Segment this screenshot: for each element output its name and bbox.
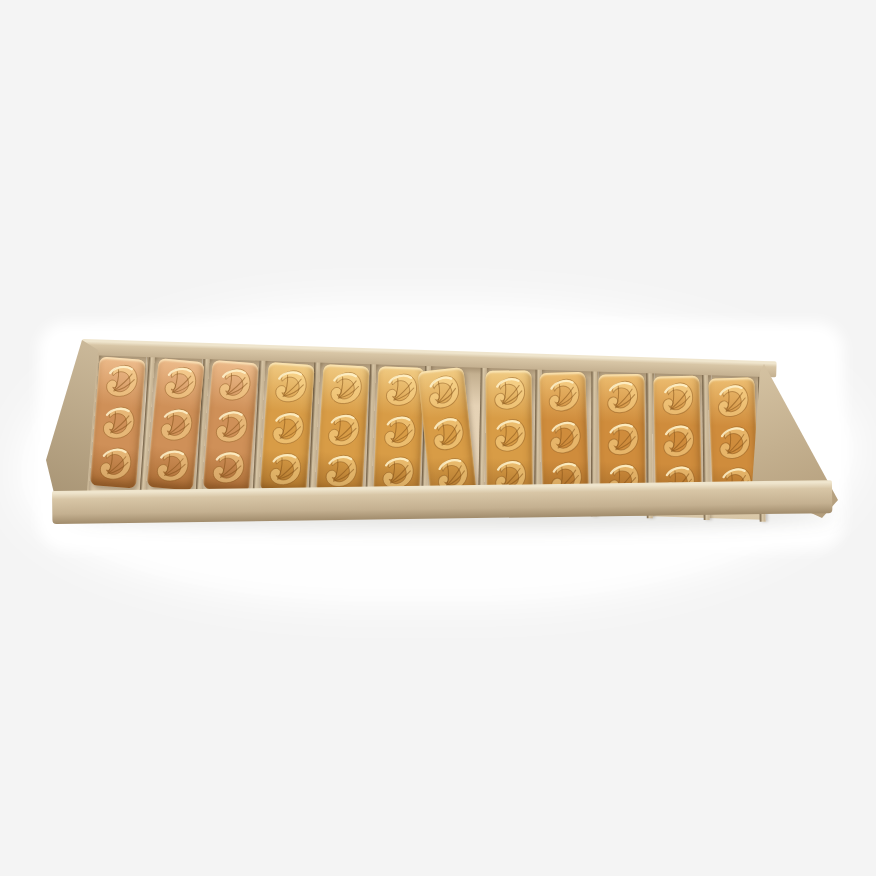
leaf-scroll-motif bbox=[542, 374, 585, 417]
leaf-scroll-motif bbox=[101, 361, 141, 401]
leaf-scroll-motif bbox=[656, 377, 699, 420]
molded-bar bbox=[147, 358, 205, 491]
leaf-scroll-motif bbox=[156, 405, 195, 444]
leaf-scroll-motif bbox=[208, 448, 248, 488]
leaf-scroll-motif bbox=[380, 369, 421, 410]
leaf-scroll-motif bbox=[710, 379, 754, 423]
leaf-scroll-motif bbox=[600, 417, 643, 460]
leaf-scroll-motif bbox=[420, 369, 466, 415]
tray bbox=[46, 336, 840, 536]
leaf-scroll-motif bbox=[320, 451, 360, 491]
leaf-scroll-motif bbox=[656, 419, 699, 462]
leaf-scroll-motif bbox=[98, 403, 138, 443]
leaf-scroll-motif bbox=[325, 368, 365, 408]
leaf-scroll-motif bbox=[488, 414, 531, 457]
leaf-scroll-motif bbox=[543, 415, 586, 458]
molded-bar bbox=[485, 370, 532, 500]
leaf-scroll-motif bbox=[270, 366, 310, 406]
leaf-scroll-motif bbox=[425, 411, 471, 457]
photo-canvas bbox=[0, 0, 876, 876]
molded-bar bbox=[373, 366, 424, 497]
leaf-scroll-motif bbox=[712, 421, 756, 465]
leaf-scroll-motif bbox=[600, 376, 643, 419]
leaf-scroll-motif bbox=[487, 372, 530, 415]
leaf-scroll-motif bbox=[152, 446, 191, 485]
leaf-scroll-motif bbox=[160, 363, 199, 402]
molded-bar bbox=[203, 360, 259, 492]
leaf-scroll-motif bbox=[214, 365, 254, 405]
leaf-scroll-motif bbox=[323, 410, 363, 450]
molded-bar bbox=[316, 364, 369, 495]
leaf-scroll-motif bbox=[264, 450, 304, 490]
leaf-scroll-motif bbox=[95, 444, 135, 484]
leaf-scroll-motif bbox=[267, 408, 307, 448]
leaf-scroll-motif bbox=[211, 406, 251, 446]
molded-bar bbox=[260, 362, 315, 494]
compartment bbox=[198, 352, 259, 504]
compartment bbox=[255, 353, 316, 505]
leaf-scroll-motif bbox=[378, 411, 419, 452]
compartment bbox=[142, 350, 203, 502]
molded-bar bbox=[90, 356, 146, 488]
compartment bbox=[311, 355, 372, 507]
molded-bar bbox=[540, 372, 590, 502]
